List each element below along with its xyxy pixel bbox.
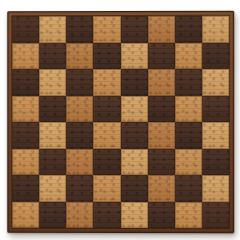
square-f5 bbox=[148, 95, 175, 122]
square-h5 bbox=[202, 95, 229, 122]
square-b2 bbox=[39, 175, 66, 201]
photo-background bbox=[0, 0, 240, 240]
square-a2 bbox=[12, 175, 39, 201]
square-b8 bbox=[39, 16, 66, 43]
square-c1 bbox=[66, 201, 93, 228]
square-f2 bbox=[148, 175, 175, 202]
board-squares bbox=[12, 16, 229, 228]
square-e5 bbox=[121, 95, 148, 122]
square-f1 bbox=[148, 202, 175, 229]
square-f3 bbox=[148, 149, 175, 176]
square-a6 bbox=[12, 69, 39, 95]
square-b6 bbox=[39, 69, 66, 95]
square-d5 bbox=[93, 96, 120, 123]
square-e2 bbox=[121, 175, 148, 202]
square-b3 bbox=[39, 148, 66, 174]
square-a8 bbox=[12, 16, 39, 42]
square-g2 bbox=[175, 175, 202, 202]
square-e7 bbox=[121, 42, 148, 69]
square-c8 bbox=[66, 16, 93, 43]
square-h6 bbox=[202, 69, 229, 96]
square-a5 bbox=[12, 96, 39, 122]
square-c4 bbox=[66, 122, 93, 148]
square-g1 bbox=[175, 202, 202, 229]
square-d4 bbox=[93, 122, 120, 149]
square-h1 bbox=[202, 202, 229, 229]
square-e1 bbox=[121, 202, 148, 229]
square-h8 bbox=[202, 16, 229, 43]
square-c7 bbox=[66, 43, 93, 70]
square-e6 bbox=[121, 69, 148, 96]
square-f6 bbox=[148, 69, 175, 96]
square-d6 bbox=[93, 69, 120, 96]
square-b7 bbox=[39, 43, 66, 69]
square-g6 bbox=[175, 69, 202, 96]
square-b5 bbox=[39, 96, 66, 122]
square-c3 bbox=[66, 148, 93, 174]
square-g7 bbox=[175, 42, 202, 69]
square-h2 bbox=[202, 175, 229, 202]
square-g3 bbox=[175, 149, 202, 176]
square-g4 bbox=[175, 122, 202, 149]
square-e3 bbox=[121, 149, 148, 176]
square-h3 bbox=[202, 149, 229, 176]
square-d7 bbox=[93, 43, 120, 70]
square-a1 bbox=[12, 201, 39, 227]
square-e8 bbox=[121, 16, 148, 43]
square-d3 bbox=[93, 148, 120, 175]
square-d1 bbox=[93, 201, 120, 228]
square-f7 bbox=[148, 42, 175, 69]
square-a4 bbox=[12, 122, 39, 148]
square-f4 bbox=[148, 122, 175, 149]
game-board bbox=[7, 11, 234, 233]
square-h7 bbox=[202, 42, 229, 69]
square-f8 bbox=[148, 16, 175, 43]
square-g8 bbox=[175, 16, 202, 43]
square-a7 bbox=[12, 43, 39, 69]
square-c2 bbox=[66, 175, 93, 202]
square-g5 bbox=[175, 95, 202, 122]
square-e4 bbox=[121, 122, 148, 149]
square-h4 bbox=[202, 122, 229, 149]
square-d2 bbox=[93, 175, 120, 202]
square-b1 bbox=[39, 201, 66, 228]
square-b4 bbox=[39, 122, 66, 148]
square-c6 bbox=[66, 69, 93, 95]
square-a3 bbox=[12, 148, 39, 174]
square-d8 bbox=[93, 16, 120, 43]
square-c5 bbox=[66, 96, 93, 122]
